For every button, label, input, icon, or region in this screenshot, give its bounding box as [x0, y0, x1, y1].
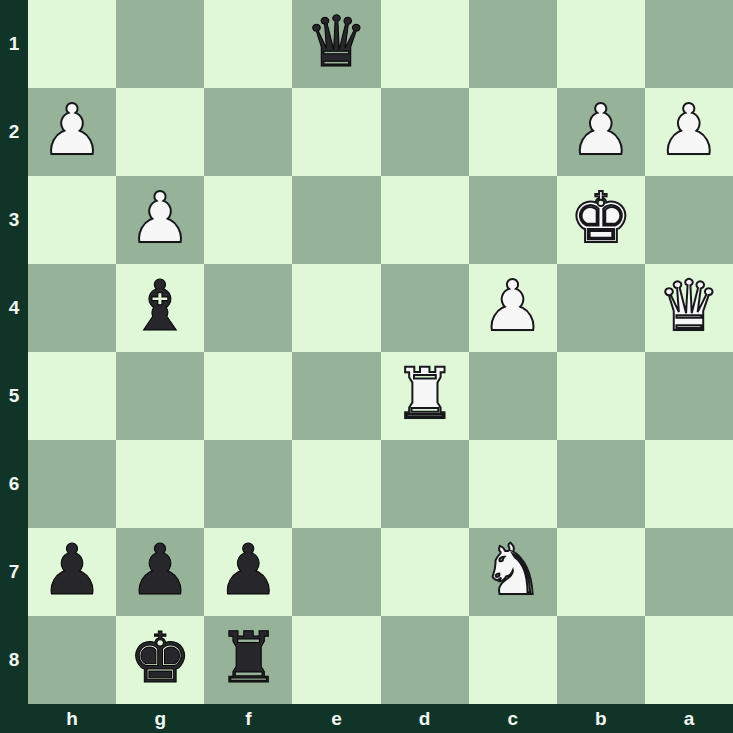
square-h1[interactable] [28, 0, 116, 88]
square-e1[interactable]: ♛ [292, 0, 380, 88]
square-c3[interactable] [469, 176, 557, 264]
square-b8[interactable] [557, 616, 645, 704]
piece-black-queen-e1[interactable]: ♛ [305, 7, 368, 77]
piece-black-pawn-g7[interactable]: ♟ [129, 535, 192, 605]
square-a7[interactable] [645, 528, 733, 616]
square-b7[interactable] [557, 528, 645, 616]
square-h3[interactable] [28, 176, 116, 264]
square-d8[interactable] [381, 616, 469, 704]
square-b5[interactable] [557, 352, 645, 440]
square-d4[interactable] [381, 264, 469, 352]
piece-white-queen-a4[interactable]: ♛ [658, 271, 721, 341]
square-c7[interactable]: ♞ [469, 528, 557, 616]
square-g5[interactable] [116, 352, 204, 440]
square-f3[interactable] [204, 176, 292, 264]
piece-white-pawn-b2[interactable]: ♟ [569, 95, 632, 165]
square-f7[interactable]: ♟ [204, 528, 292, 616]
square-e7[interactable] [292, 528, 380, 616]
file-coordinates: hgfedcba [28, 704, 733, 733]
rank-coordinates: 12345678 [0, 0, 28, 704]
square-a4[interactable]: ♛ [645, 264, 733, 352]
square-b1[interactable] [557, 0, 645, 88]
chess-board-frame: 12345678 ♛♟♟♟♟♚♝♟♛♜♟♟♟♞♚♜ hgfedcba [0, 0, 733, 733]
square-d3[interactable] [381, 176, 469, 264]
file-label-d: d [381, 704, 469, 733]
square-d1[interactable] [381, 0, 469, 88]
square-e8[interactable] [292, 616, 380, 704]
rank-label-7: 7 [0, 528, 28, 616]
square-d6[interactable] [381, 440, 469, 528]
square-g3[interactable]: ♟ [116, 176, 204, 264]
square-h8[interactable] [28, 616, 116, 704]
square-c8[interactable] [469, 616, 557, 704]
square-f8[interactable]: ♜ [204, 616, 292, 704]
square-e5[interactable] [292, 352, 380, 440]
square-f2[interactable] [204, 88, 292, 176]
rank-label-6: 6 [0, 440, 28, 528]
square-b4[interactable] [557, 264, 645, 352]
square-c5[interactable] [469, 352, 557, 440]
square-d2[interactable] [381, 88, 469, 176]
square-b2[interactable]: ♟ [557, 88, 645, 176]
square-g6[interactable] [116, 440, 204, 528]
square-a6[interactable] [645, 440, 733, 528]
square-f6[interactable] [204, 440, 292, 528]
rank-label-3: 3 [0, 176, 28, 264]
square-a3[interactable] [645, 176, 733, 264]
square-a8[interactable] [645, 616, 733, 704]
file-label-f: f [204, 704, 292, 733]
piece-white-pawn-a2[interactable]: ♟ [658, 95, 721, 165]
square-c2[interactable] [469, 88, 557, 176]
file-label-a: a [645, 704, 733, 733]
file-label-e: e [292, 704, 380, 733]
square-e6[interactable] [292, 440, 380, 528]
square-d7[interactable] [381, 528, 469, 616]
square-g7[interactable]: ♟ [116, 528, 204, 616]
square-c1[interactable] [469, 0, 557, 88]
square-g2[interactable] [116, 88, 204, 176]
square-h4[interactable] [28, 264, 116, 352]
piece-white-pawn-c4[interactable]: ♟ [481, 271, 544, 341]
square-h7[interactable]: ♟ [28, 528, 116, 616]
file-label-c: c [469, 704, 557, 733]
square-e4[interactable] [292, 264, 380, 352]
piece-white-pawn-h2[interactable]: ♟ [41, 95, 104, 165]
piece-black-pawn-f7[interactable]: ♟ [217, 535, 280, 605]
square-a2[interactable]: ♟ [645, 88, 733, 176]
square-h6[interactable] [28, 440, 116, 528]
piece-white-pawn-g3[interactable]: ♟ [129, 183, 192, 253]
piece-black-pawn-h7[interactable]: ♟ [41, 535, 104, 605]
file-label-g: g [116, 704, 204, 733]
rank-label-5: 5 [0, 352, 28, 440]
piece-black-bishop-g4[interactable]: ♝ [129, 271, 192, 341]
square-b3[interactable]: ♚ [557, 176, 645, 264]
square-b6[interactable] [557, 440, 645, 528]
piece-black-rook-f8[interactable]: ♜ [217, 623, 280, 693]
rank-label-1: 1 [0, 0, 28, 88]
square-h5[interactable] [28, 352, 116, 440]
square-g8[interactable]: ♚ [116, 616, 204, 704]
square-c6[interactable] [469, 440, 557, 528]
square-d5[interactable]: ♜ [381, 352, 469, 440]
file-label-h: h [28, 704, 116, 733]
chess-board[interactable]: ♛♟♟♟♟♚♝♟♛♜♟♟♟♞♚♜ [28, 0, 733, 704]
piece-white-rook-d5[interactable]: ♜ [393, 359, 456, 429]
square-c4[interactable]: ♟ [469, 264, 557, 352]
square-a5[interactable] [645, 352, 733, 440]
piece-white-knight-c7[interactable]: ♞ [481, 535, 544, 605]
rank-label-8: 8 [0, 616, 28, 704]
rank-label-4: 4 [0, 264, 28, 352]
square-f4[interactable] [204, 264, 292, 352]
rank-label-2: 2 [0, 88, 28, 176]
piece-black-king-g8[interactable]: ♚ [129, 623, 192, 693]
square-e2[interactable] [292, 88, 380, 176]
square-h2[interactable]: ♟ [28, 88, 116, 176]
piece-white-king-b3[interactable]: ♚ [569, 183, 632, 253]
square-g4[interactable]: ♝ [116, 264, 204, 352]
file-label-b: b [557, 704, 645, 733]
square-e3[interactable] [292, 176, 380, 264]
square-g1[interactable] [116, 0, 204, 88]
square-f5[interactable] [204, 352, 292, 440]
square-f1[interactable] [204, 0, 292, 88]
square-a1[interactable] [645, 0, 733, 88]
